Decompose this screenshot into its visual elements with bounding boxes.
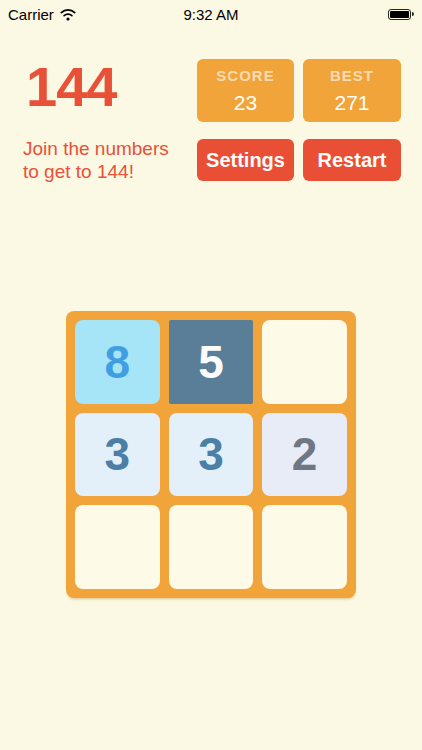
best-box: BEST 271 [303, 59, 401, 122]
subtitle-line-1: Join the numbers [23, 138, 169, 159]
wifi-icon [59, 8, 77, 21]
best-label: BEST [330, 67, 374, 84]
status-bar: Carrier 9:32 AM [0, 0, 422, 26]
tile-3: 3 [169, 413, 254, 497]
score-box: SCORE 23 [197, 59, 294, 122]
status-bar-left: Carrier [8, 6, 77, 23]
page-title: 144 [26, 59, 116, 115]
game-board[interactable]: 85332 [66, 311, 356, 598]
carrier-label: Carrier [8, 6, 54, 23]
tile-8: 8 [75, 320, 160, 404]
empty-cell [262, 505, 347, 589]
score-value: 23 [234, 91, 257, 115]
settings-button[interactable]: Settings [197, 139, 294, 181]
best-value: 271 [334, 91, 369, 115]
score-label: SCORE [216, 67, 274, 84]
subtitle: Join the numbers to get to 144! [23, 137, 169, 183]
battery-icon [388, 9, 414, 20]
tile-5: 5 [169, 320, 254, 404]
subtitle-line-2: to get to 144! [23, 161, 134, 182]
app-screen: Carrier 9:32 AM 144 Join the numbers to … [0, 0, 422, 750]
status-bar-right [388, 9, 414, 20]
tile-3: 3 [75, 413, 160, 497]
restart-button[interactable]: Restart [303, 139, 401, 181]
empty-cell [75, 505, 160, 589]
empty-cell [262, 320, 347, 404]
tile-2: 2 [262, 413, 347, 497]
empty-cell [169, 505, 254, 589]
